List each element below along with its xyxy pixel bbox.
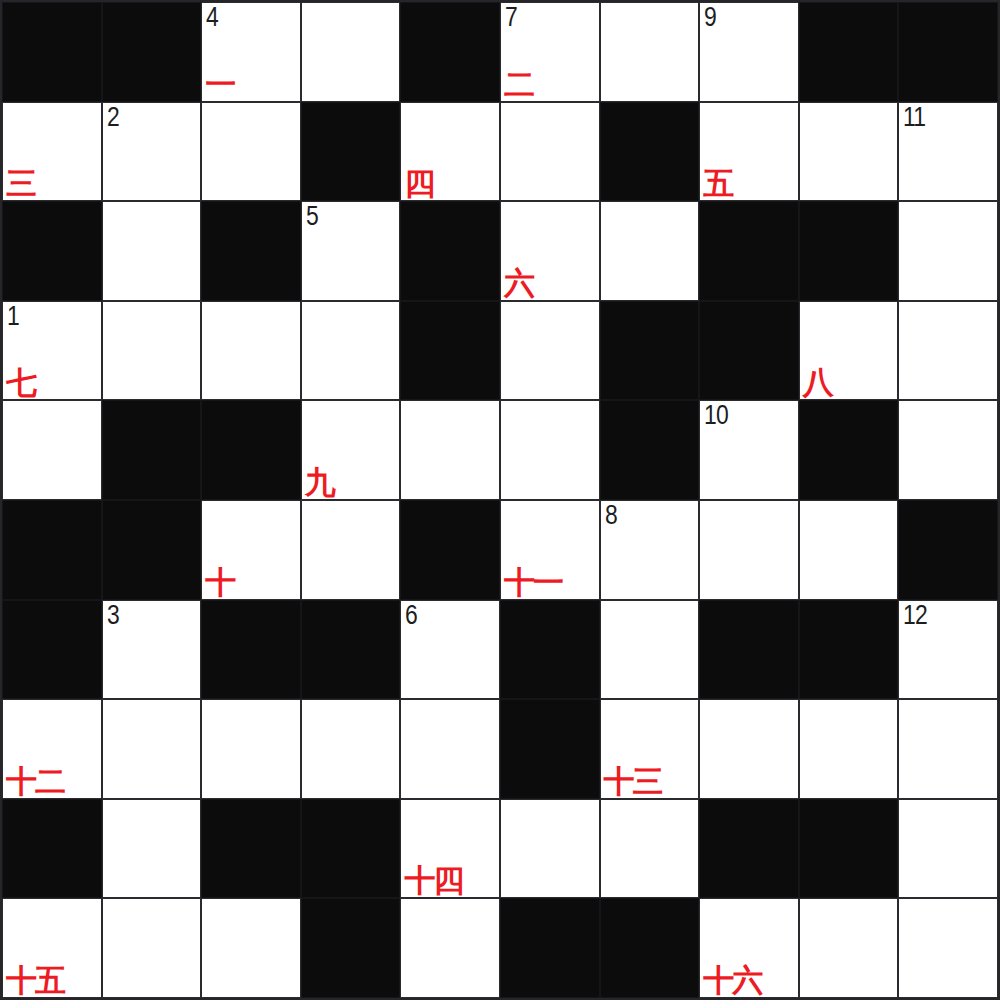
grid-cell[interactable] <box>500 301 600 401</box>
clue-number: 11 <box>903 104 925 131</box>
black-cell <box>799 201 899 301</box>
black-cell <box>699 600 799 700</box>
crossword-board: 4一7二9三2四五115六1七八九10十十一83612十二十三十四十五十六 <box>0 0 1000 1000</box>
grid-cell[interactable] <box>400 400 500 500</box>
grid-cell[interactable] <box>600 799 700 899</box>
black-cell <box>301 799 401 899</box>
grid-cell[interactable]: 4一 <box>201 2 301 102</box>
grid-cell[interactable] <box>500 799 600 899</box>
grid-cell[interactable] <box>301 699 401 799</box>
grid-cell[interactable]: 12 <box>898 600 998 700</box>
grid-cell[interactable] <box>2 400 102 500</box>
red-numeral-marker: 十五 <box>6 965 64 996</box>
black-cell <box>600 102 700 202</box>
grid-cell[interactable]: 6 <box>400 600 500 700</box>
grid-cell[interactable]: 3 <box>102 600 202 700</box>
grid-cell[interactable] <box>102 201 202 301</box>
black-cell <box>201 799 301 899</box>
black-cell <box>400 500 500 600</box>
clue-number: 5 <box>306 203 318 230</box>
grid-cell[interactable]: 十二 <box>2 699 102 799</box>
grid-cell[interactable] <box>898 301 998 401</box>
grid-cell[interactable]: 六 <box>500 201 600 301</box>
grid-cell[interactable] <box>600 600 700 700</box>
grid-cell[interactable] <box>201 699 301 799</box>
red-numeral-marker: 七 <box>6 367 35 398</box>
grid-cell[interactable] <box>301 301 401 401</box>
grid-cell[interactable] <box>301 500 401 600</box>
grid-cell[interactable]: 11 <box>898 102 998 202</box>
black-cell <box>699 799 799 899</box>
clue-number: 10 <box>704 402 728 429</box>
red-numeral-marker: 十一 <box>504 567 562 598</box>
grid-cell[interactable]: 十一 <box>500 500 600 600</box>
clue-number: 6 <box>405 602 417 629</box>
black-cell <box>102 500 202 600</box>
grid-cell[interactable] <box>201 898 301 998</box>
grid-cell[interactable] <box>898 699 998 799</box>
grid-cell[interactable] <box>799 500 899 600</box>
grid-cell[interactable] <box>201 102 301 202</box>
grid-cell[interactable]: 十五 <box>2 898 102 998</box>
black-cell <box>102 400 202 500</box>
clue-number: 2 <box>107 104 119 131</box>
grid-cell[interactable] <box>699 500 799 600</box>
black-cell <box>102 2 202 102</box>
black-cell <box>799 600 899 700</box>
grid-cell[interactable]: 9 <box>699 2 799 102</box>
grid-cell[interactable]: 2 <box>102 102 202 202</box>
black-cell <box>201 600 301 700</box>
red-numeral-marker: 十六 <box>703 965 761 996</box>
grid-cell[interactable]: 7二 <box>500 2 600 102</box>
grid-cell[interactable]: 10 <box>699 400 799 500</box>
clue-number: 7 <box>505 4 517 31</box>
clue-number: 9 <box>704 4 716 31</box>
grid-cell[interactable]: 九 <box>301 400 401 500</box>
grid-cell[interactable] <box>102 898 202 998</box>
grid-cell[interactable] <box>500 102 600 202</box>
black-cell <box>201 201 301 301</box>
black-cell <box>898 2 998 102</box>
grid-cell[interactable] <box>799 102 899 202</box>
grid-cell[interactable]: 十六 <box>699 898 799 998</box>
black-cell <box>400 301 500 401</box>
red-numeral-marker: 十三 <box>604 766 662 797</box>
red-numeral-marker: 六 <box>504 268 533 299</box>
clue-number: 1 <box>7 303 19 330</box>
grid-cell[interactable] <box>898 799 998 899</box>
grid-cell[interactable]: 八 <box>799 301 899 401</box>
red-numeral-marker: 五 <box>703 168 732 199</box>
black-cell <box>301 102 401 202</box>
red-numeral-marker: 十四 <box>404 865 462 896</box>
black-cell <box>500 898 600 998</box>
grid-cell[interactable] <box>799 898 899 998</box>
grid-cell[interactable] <box>102 301 202 401</box>
grid-cell[interactable]: 四 <box>400 102 500 202</box>
clue-number: 12 <box>903 602 927 629</box>
black-cell <box>2 500 102 600</box>
black-cell <box>799 799 899 899</box>
grid-cell[interactable] <box>400 699 500 799</box>
red-numeral-marker: 十 <box>205 567 234 598</box>
black-cell <box>799 400 899 500</box>
grid-cell[interactable] <box>898 201 998 301</box>
black-cell <box>699 301 799 401</box>
clue-number: 4 <box>206 4 218 31</box>
grid-cell[interactable]: 五 <box>699 102 799 202</box>
black-cell <box>500 600 600 700</box>
grid-cell[interactable]: 十三 <box>600 699 700 799</box>
grid-cell[interactable]: 1七 <box>2 301 102 401</box>
grid-cell[interactable]: 十 <box>201 500 301 600</box>
clue-number: 3 <box>107 602 119 629</box>
black-cell <box>898 500 998 600</box>
grid-cell[interactable]: 8 <box>600 500 700 600</box>
grid-cell[interactable] <box>201 301 301 401</box>
grid-cell[interactable] <box>898 400 998 500</box>
grid-cell[interactable] <box>600 2 700 102</box>
black-cell <box>301 898 401 998</box>
red-numeral-marker: 二 <box>504 69 533 100</box>
grid-cell[interactable]: 5 <box>301 201 401 301</box>
black-cell <box>400 2 500 102</box>
black-cell <box>600 400 700 500</box>
red-numeral-marker: 九 <box>305 467 334 498</box>
grid-cell[interactable] <box>102 799 202 899</box>
black-cell <box>799 2 899 102</box>
black-cell <box>2 201 102 301</box>
black-cell <box>400 201 500 301</box>
grid-cell[interactable]: 十四 <box>400 799 500 899</box>
black-cell <box>2 600 102 700</box>
clue-number: 8 <box>605 502 617 529</box>
red-numeral-marker: 一 <box>205 69 234 100</box>
black-cell <box>699 201 799 301</box>
black-cell <box>600 898 700 998</box>
grid-cell[interactable] <box>400 898 500 998</box>
grid-cell[interactable] <box>102 699 202 799</box>
black-cell <box>301 600 401 700</box>
red-numeral-marker: 四 <box>404 168 433 199</box>
red-numeral-marker: 八 <box>803 367 832 398</box>
grid-cell[interactable] <box>898 898 998 998</box>
grid-cell[interactable] <box>600 201 700 301</box>
red-numeral-marker: 十二 <box>6 766 64 797</box>
grid-cell[interactable] <box>500 400 600 500</box>
grid-cell[interactable]: 三 <box>2 102 102 202</box>
black-cell <box>600 301 700 401</box>
grid-cell[interactable] <box>699 699 799 799</box>
red-numeral-marker: 三 <box>6 168 35 199</box>
grid-cell[interactable] <box>799 699 899 799</box>
black-cell <box>201 400 301 500</box>
black-cell <box>500 699 600 799</box>
black-cell <box>2 2 102 102</box>
grid-cell[interactable] <box>301 2 401 102</box>
black-cell <box>2 799 102 899</box>
